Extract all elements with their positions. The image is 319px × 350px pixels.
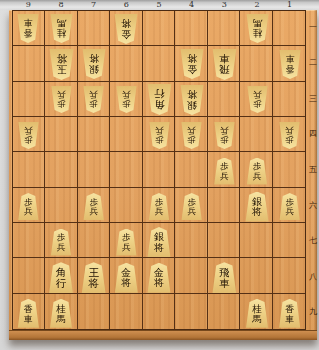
piece-kanji: 兵 — [17, 125, 40, 135]
piece-sente-lance-19[interactable]: 香車 — [278, 299, 302, 328]
piece-sente-pawn-16[interactable]: 歩兵 — [278, 193, 301, 220]
piece-sente-pawn-96[interactable]: 歩兵 — [17, 193, 40, 220]
piece-kanji: 将 — [48, 53, 75, 64]
piece-gote-pawn-94[interactable]: 歩兵 — [17, 122, 40, 149]
piece-kanji: 将 — [179, 53, 205, 64]
piece-kanji: 歩 — [50, 99, 73, 109]
piece-gote-gold-42[interactable]: 金将 — [179, 49, 205, 79]
piece-gote-knight-21[interactable]: 桂馬 — [245, 14, 270, 43]
piece-kanji: 香 — [16, 304, 40, 314]
piece-sente-silver-57[interactable]: 銀将 — [146, 227, 172, 257]
file-labels-row: 987654321 — [0, 0, 319, 10]
piece-gote-pawn-23[interactable]: 歩兵 — [246, 86, 269, 113]
piece-kanji: 香 — [278, 64, 302, 74]
piece-kanji: 馬 — [245, 18, 270, 28]
file-label-4: 4 — [185, 0, 199, 10]
piece-gote-pawn-34[interactable]: 歩兵 — [213, 122, 236, 149]
piece-kanji: 兵 — [278, 125, 301, 135]
rank-label-3: 三 — [309, 93, 317, 105]
piece-kanji: 玉 — [48, 64, 75, 75]
rank-label-2: 二 — [309, 57, 317, 69]
piece-kanji: 将 — [146, 243, 172, 254]
piece-kanji: 車 — [278, 54, 302, 64]
piece-kanji: 兵 — [148, 207, 171, 217]
piece-kanji: 兵 — [180, 125, 203, 135]
piece-kanji: 歩 — [17, 135, 40, 145]
piece-kanji: 将 — [81, 53, 107, 64]
piece-sente-knight-89[interactable]: 桂馬 — [49, 299, 74, 328]
piece-kanji: 馬 — [49, 18, 74, 28]
rank-label-9: 九 — [309, 306, 317, 318]
rank-label-6: 六 — [309, 200, 317, 212]
piece-kanji: 将 — [113, 278, 139, 289]
piece-gote-bishop-53[interactable]: 角行 — [146, 84, 173, 115]
board-front-edge — [9, 330, 317, 340]
piece-kanji: 兵 — [278, 207, 301, 217]
pieces-layer: 香車桂馬金将桂馬玉将銀将金将飛車香車歩兵歩兵歩兵角行銀将歩兵歩兵歩兵歩兵歩兵歩兵… — [12, 10, 306, 330]
piece-kanji: 兵 — [50, 243, 73, 253]
piece-kanji: 車 — [211, 53, 238, 64]
piece-kanji: 馬 — [49, 314, 74, 324]
piece-sente-pawn-46[interactable]: 歩兵 — [180, 193, 203, 220]
piece-kanji: 桂 — [49, 28, 74, 38]
piece-kanji: 将 — [244, 207, 270, 218]
piece-kanji: 将 — [179, 89, 205, 100]
piece-kanji: 兵 — [115, 243, 138, 253]
piece-kanji: 兵 — [180, 207, 203, 217]
piece-gote-silver-72[interactable]: 銀将 — [81, 49, 107, 79]
file-label-7: 7 — [87, 0, 101, 10]
piece-kanji: 歩 — [180, 135, 203, 145]
piece-sente-pawn-35[interactable]: 歩兵 — [213, 158, 236, 185]
piece-sente-pawn-76[interactable]: 歩兵 — [82, 193, 105, 220]
piece-kanji: 将 — [80, 278, 107, 289]
piece-kanji: 将 — [113, 18, 139, 29]
file-label-2: 2 — [250, 0, 264, 10]
piece-kanji: 香 — [278, 304, 302, 314]
piece-kanji: 飛 — [211, 64, 238, 75]
piece-kanji: 兵 — [148, 125, 171, 135]
piece-kanji: 金 — [179, 64, 205, 75]
piece-gote-pawn-54[interactable]: 歩兵 — [148, 122, 171, 149]
piece-gote-lance-12[interactable]: 香車 — [278, 50, 302, 79]
piece-gote-king_gote-82[interactable]: 玉将 — [48, 49, 75, 80]
piece-sente-pawn-25[interactable]: 歩兵 — [246, 158, 269, 185]
rank-label-5: 五 — [309, 164, 317, 176]
file-label-8: 8 — [54, 0, 68, 10]
piece-kanji: 兵 — [246, 172, 269, 182]
piece-kanji: 兵 — [50, 90, 73, 100]
rank-label-7: 七 — [309, 235, 317, 247]
piece-kanji: 兵 — [82, 207, 105, 217]
piece-kanji: 車 — [16, 18, 40, 28]
piece-kanji: 歩 — [82, 99, 105, 109]
piece-kanji: 歩 — [213, 135, 236, 145]
piece-kanji: 兵 — [213, 125, 236, 135]
file-label-5: 5 — [152, 0, 166, 10]
piece-sente-bishop-88[interactable]: 角行 — [48, 262, 75, 293]
piece-kanji: 歩 — [115, 99, 138, 109]
piece-kanji: 馬 — [245, 314, 270, 324]
shogi-board: 香車桂馬金将桂馬玉将銀将金将飛車香車歩兵歩兵歩兵角行銀将歩兵歩兵歩兵歩兵歩兵歩兵… — [9, 10, 317, 340]
piece-sente-gold-58[interactable]: 金将 — [146, 263, 172, 293]
file-label-6: 6 — [119, 0, 133, 10]
piece-kanji: 行 — [146, 88, 173, 99]
piece-kanji: 車 — [16, 314, 40, 324]
piece-sente-pawn-56[interactable]: 歩兵 — [148, 193, 171, 220]
piece-kanji: 角 — [146, 99, 173, 110]
piece-sente-pawn-67[interactable]: 歩兵 — [115, 229, 138, 256]
piece-kanji: 金 — [113, 28, 139, 39]
piece-sente-gold-68[interactable]: 金将 — [113, 263, 139, 293]
piece-kanji: 兵 — [115, 90, 138, 100]
piece-kanji: 兵 — [82, 90, 105, 100]
piece-gote-pawn-14[interactable]: 歩兵 — [278, 122, 301, 149]
piece-kanji: 歩 — [246, 99, 269, 109]
piece-sente-pawn-87[interactable]: 歩兵 — [50, 229, 73, 256]
piece-gote-pawn-83[interactable]: 歩兵 — [50, 86, 73, 113]
piece-gote-rook-32[interactable]: 飛車 — [211, 49, 238, 80]
piece-kanji: 銀 — [179, 99, 205, 110]
rank-label-8: 八 — [309, 271, 317, 283]
piece-kanji: 桂 — [245, 28, 270, 38]
piece-gote-gold-61[interactable]: 金将 — [113, 14, 139, 44]
piece-gote-pawn-63[interactable]: 歩兵 — [115, 86, 138, 113]
piece-kanji: 兵 — [246, 90, 269, 100]
piece-kanji: 兵 — [213, 172, 236, 182]
piece-kanji: 歩 — [278, 135, 301, 145]
piece-gote-knight-81[interactable]: 桂馬 — [49, 14, 74, 43]
piece-kanji: 車 — [278, 314, 302, 324]
piece-kanji: 銀 — [81, 64, 107, 75]
piece-kanji: 香 — [16, 28, 40, 38]
piece-kanji: 歩 — [148, 135, 171, 145]
rank-label-4: 四 — [309, 128, 317, 140]
file-label-3: 3 — [217, 0, 231, 10]
piece-kanji: 将 — [146, 278, 172, 289]
piece-gote-silver-43[interactable]: 銀将 — [179, 85, 205, 115]
shogi-app-screen: 987654321 香車桂馬金将桂馬玉将銀将金将飛車香車歩兵歩兵歩兵角行銀将歩兵… — [0, 0, 319, 350]
piece-sente-knight-29[interactable]: 桂馬 — [245, 299, 270, 328]
piece-sente-silver-26[interactable]: 銀将 — [244, 192, 270, 222]
rank-label-1: 一 — [309, 22, 317, 34]
piece-kanji: 兵 — [17, 207, 40, 217]
piece-gote-pawn-73[interactable]: 歩兵 — [82, 86, 105, 113]
piece-sente-rook-38[interactable]: 飛車 — [211, 262, 238, 293]
piece-sente-king_sente-78[interactable]: 王将 — [80, 262, 107, 293]
piece-kanji: 行 — [48, 278, 75, 289]
file-label-9: 9 — [21, 0, 35, 10]
piece-sente-lance-99[interactable]: 香車 — [16, 299, 40, 328]
piece-kanji: 車 — [211, 278, 238, 289]
piece-gote-lance-91[interactable]: 香車 — [16, 14, 40, 43]
file-label-1: 1 — [283, 0, 297, 10]
piece-gote-pawn-44[interactable]: 歩兵 — [180, 122, 203, 149]
